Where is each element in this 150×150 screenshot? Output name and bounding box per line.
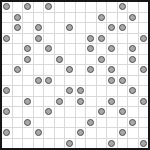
board-cell[interactable] bbox=[44, 34, 54, 44]
board-cell[interactable] bbox=[13, 34, 23, 44]
gray-stone-icon bbox=[119, 24, 126, 31]
board-cell[interactable] bbox=[139, 23, 149, 33]
gray-stone-icon bbox=[119, 108, 126, 115]
gray-stone-icon bbox=[66, 140, 73, 147]
gray-stone-icon bbox=[24, 45, 31, 52]
gray-stone-icon bbox=[14, 66, 21, 73]
board-cell[interactable] bbox=[65, 65, 75, 75]
board-cell[interactable] bbox=[65, 55, 75, 65]
board-cell[interactable] bbox=[44, 118, 54, 128]
board-cell[interactable] bbox=[34, 139, 44, 149]
board-cell[interactable] bbox=[128, 139, 138, 149]
board-cell[interactable] bbox=[76, 65, 86, 75]
board-cell[interactable] bbox=[34, 76, 44, 86]
gray-stone-icon bbox=[77, 87, 84, 94]
board-cell[interactable] bbox=[23, 23, 33, 33]
board-cell[interactable] bbox=[107, 23, 117, 33]
gray-stone-icon bbox=[14, 14, 21, 21]
board-cell[interactable] bbox=[107, 65, 117, 75]
gray-stone-icon bbox=[129, 14, 136, 21]
board-cell[interactable] bbox=[128, 34, 138, 44]
board-cell[interactable] bbox=[139, 128, 149, 138]
board-cell[interactable] bbox=[65, 97, 75, 107]
gray-stone-icon bbox=[129, 56, 136, 63]
gray-stone-icon bbox=[108, 45, 115, 52]
board-cell[interactable] bbox=[2, 2, 12, 12]
gray-stone-icon bbox=[98, 108, 105, 115]
gray-stone-icon bbox=[56, 56, 63, 63]
board-cell[interactable] bbox=[76, 86, 86, 96]
board-cell[interactable] bbox=[44, 2, 54, 12]
gray-stone-icon bbox=[66, 66, 73, 73]
board-cell[interactable] bbox=[107, 97, 117, 107]
board-cell[interactable] bbox=[2, 55, 12, 65]
gray-stone-icon bbox=[3, 3, 10, 10]
board-cell[interactable] bbox=[118, 2, 128, 12]
gray-stone-icon bbox=[14, 24, 21, 31]
gray-stone-icon bbox=[87, 66, 94, 73]
board-cell[interactable] bbox=[34, 86, 44, 96]
board-cell[interactable] bbox=[44, 139, 54, 149]
board-cell[interactable] bbox=[76, 118, 86, 128]
board-cell[interactable] bbox=[34, 97, 44, 107]
board-cell[interactable] bbox=[97, 13, 107, 23]
board-cell[interactable] bbox=[118, 34, 128, 44]
puzzle-board-frame bbox=[0, 0, 150, 150]
board-cell[interactable] bbox=[65, 2, 75, 12]
gray-stone-icon bbox=[98, 56, 105, 63]
board-cell[interactable] bbox=[118, 13, 128, 23]
board-cell[interactable] bbox=[107, 34, 117, 44]
board-cell[interactable] bbox=[2, 107, 12, 117]
board-cell[interactable] bbox=[97, 76, 107, 86]
board-cell[interactable] bbox=[34, 55, 44, 65]
gray-stone-icon bbox=[129, 87, 136, 94]
board-cell[interactable] bbox=[2, 13, 12, 23]
board-cell[interactable] bbox=[118, 55, 128, 65]
board-cell[interactable] bbox=[55, 55, 65, 65]
board-cell[interactable] bbox=[13, 128, 23, 138]
board-cell[interactable] bbox=[44, 76, 54, 86]
board-cell[interactable] bbox=[128, 23, 138, 33]
board-cell[interactable] bbox=[139, 2, 149, 12]
board-cell[interactable] bbox=[13, 139, 23, 149]
board-cell[interactable] bbox=[139, 118, 149, 128]
board-cell[interactable] bbox=[97, 44, 107, 54]
board-cell[interactable] bbox=[23, 107, 33, 117]
board-cell[interactable] bbox=[23, 44, 33, 54]
gray-stone-icon bbox=[108, 98, 115, 105]
board-cell[interactable] bbox=[65, 76, 75, 86]
gray-stone-icon bbox=[108, 140, 115, 147]
gray-stone-icon bbox=[3, 108, 10, 115]
board-cell[interactable] bbox=[44, 65, 54, 75]
gray-stone-icon bbox=[66, 87, 73, 94]
board-cell[interactable] bbox=[55, 34, 65, 44]
board-cell[interactable] bbox=[13, 13, 23, 23]
board-cell[interactable] bbox=[86, 107, 96, 117]
board-cell[interactable] bbox=[13, 44, 23, 54]
gray-stone-icon bbox=[45, 45, 52, 52]
gray-stone-icon bbox=[140, 98, 147, 105]
board-cell[interactable] bbox=[76, 76, 86, 86]
board-cell[interactable] bbox=[23, 86, 33, 96]
board-cell[interactable] bbox=[97, 128, 107, 138]
board-cell[interactable] bbox=[2, 23, 12, 33]
board-cell[interactable] bbox=[44, 44, 54, 54]
board-cell[interactable] bbox=[76, 44, 86, 54]
gray-stone-icon bbox=[129, 119, 136, 126]
gray-stone-icon bbox=[35, 129, 42, 136]
board-cell[interactable] bbox=[86, 86, 96, 96]
puzzle-board bbox=[2, 2, 148, 148]
gray-stone-icon bbox=[108, 24, 115, 31]
board-cell[interactable] bbox=[55, 2, 65, 12]
board-cell[interactable] bbox=[107, 118, 117, 128]
board-cell[interactable] bbox=[44, 86, 54, 96]
board-cell[interactable] bbox=[13, 118, 23, 128]
gray-stone-icon bbox=[24, 98, 31, 105]
board-cell[interactable] bbox=[86, 139, 96, 149]
board-cell[interactable] bbox=[139, 139, 149, 149]
board-cell[interactable] bbox=[86, 13, 96, 23]
gray-stone-icon bbox=[35, 35, 42, 42]
board-cell[interactable] bbox=[97, 97, 107, 107]
gray-stone-icon bbox=[3, 35, 10, 42]
board-cell[interactable] bbox=[86, 65, 96, 75]
gray-stone-icon bbox=[140, 140, 147, 147]
board-cell[interactable] bbox=[118, 76, 128, 86]
board-cell[interactable] bbox=[2, 128, 12, 138]
board-cell[interactable] bbox=[97, 23, 107, 33]
board-cell[interactable] bbox=[23, 118, 33, 128]
board-cell[interactable] bbox=[55, 13, 65, 23]
board-cell[interactable] bbox=[13, 55, 23, 65]
gray-stone-icon bbox=[35, 77, 42, 84]
board-cell[interactable] bbox=[97, 86, 107, 96]
board-cell[interactable] bbox=[118, 65, 128, 75]
board-cell[interactable] bbox=[65, 13, 75, 23]
gray-stone-icon bbox=[35, 24, 42, 31]
gray-stone-icon bbox=[98, 14, 105, 21]
board-cell[interactable] bbox=[107, 55, 117, 65]
board-cell[interactable] bbox=[23, 13, 33, 23]
board-cell[interactable] bbox=[65, 23, 75, 33]
board-cell[interactable] bbox=[139, 55, 149, 65]
board-cell[interactable] bbox=[55, 76, 65, 86]
board-cell[interactable] bbox=[86, 128, 96, 138]
board-cell[interactable] bbox=[139, 13, 149, 23]
board-cell[interactable] bbox=[23, 128, 33, 138]
board-cell[interactable] bbox=[118, 97, 128, 107]
board-cell[interactable] bbox=[76, 139, 86, 149]
board-cell[interactable] bbox=[107, 76, 117, 86]
board-cell[interactable] bbox=[118, 86, 128, 96]
board-cell[interactable] bbox=[139, 44, 149, 54]
board-cell[interactable] bbox=[128, 65, 138, 75]
board-cell[interactable] bbox=[128, 97, 138, 107]
board-cell[interactable] bbox=[44, 55, 54, 65]
gray-stone-icon bbox=[77, 98, 84, 105]
board-cell[interactable] bbox=[2, 34, 12, 44]
board-cell[interactable] bbox=[34, 44, 44, 54]
board-cell[interactable] bbox=[55, 97, 65, 107]
board-cell[interactable] bbox=[97, 139, 107, 149]
board-cell[interactable] bbox=[76, 128, 86, 138]
gray-stone-icon bbox=[3, 129, 10, 136]
board-cell[interactable] bbox=[2, 97, 12, 107]
board-cell[interactable] bbox=[107, 139, 117, 149]
gray-stone-icon bbox=[45, 3, 52, 10]
board-cell[interactable] bbox=[128, 86, 138, 96]
board-cell[interactable] bbox=[44, 23, 54, 33]
board-cell[interactable] bbox=[55, 128, 65, 138]
board-cell[interactable] bbox=[118, 118, 128, 128]
board-cell[interactable] bbox=[128, 55, 138, 65]
board-cell[interactable] bbox=[128, 128, 138, 138]
board-cell[interactable] bbox=[65, 139, 75, 149]
board-cell[interactable] bbox=[118, 44, 128, 54]
board-cell[interactable] bbox=[97, 65, 107, 75]
board-cell[interactable] bbox=[65, 128, 75, 138]
gray-stone-icon bbox=[108, 77, 115, 84]
board-cell[interactable] bbox=[86, 55, 96, 65]
board-cell[interactable] bbox=[128, 76, 138, 86]
board-cell[interactable] bbox=[44, 128, 54, 138]
board-cell[interactable] bbox=[2, 118, 12, 128]
board-cell[interactable] bbox=[23, 34, 33, 44]
board-cell[interactable] bbox=[55, 44, 65, 54]
board-cell[interactable] bbox=[34, 34, 44, 44]
board-cell[interactable] bbox=[23, 55, 33, 65]
board-cell[interactable] bbox=[97, 2, 107, 12]
gray-stone-icon bbox=[119, 3, 126, 10]
gray-stone-icon bbox=[108, 66, 115, 73]
board-cell[interactable] bbox=[44, 107, 54, 117]
board-cell[interactable] bbox=[23, 2, 33, 12]
board-cell[interactable] bbox=[107, 128, 117, 138]
gray-stone-icon bbox=[3, 87, 10, 94]
board-cell[interactable] bbox=[34, 118, 44, 128]
board-cell[interactable] bbox=[55, 107, 65, 117]
board-cell[interactable] bbox=[139, 107, 149, 117]
board-cell[interactable] bbox=[34, 65, 44, 75]
board-cell[interactable] bbox=[13, 107, 23, 117]
gray-stone-icon bbox=[140, 66, 147, 73]
board-cell[interactable] bbox=[2, 86, 12, 96]
board-cell[interactable] bbox=[55, 86, 65, 96]
board-cell[interactable] bbox=[128, 2, 138, 12]
board-cell[interactable] bbox=[86, 23, 96, 33]
board-cell[interactable] bbox=[107, 107, 117, 117]
board-cell[interactable] bbox=[65, 118, 75, 128]
gray-stone-icon bbox=[129, 45, 136, 52]
board-cell[interactable] bbox=[107, 86, 117, 96]
board-cell[interactable] bbox=[2, 76, 12, 86]
board-cell[interactable] bbox=[65, 107, 75, 117]
gray-stone-icon bbox=[24, 56, 31, 63]
board-cell[interactable] bbox=[118, 23, 128, 33]
board-cell[interactable] bbox=[76, 107, 86, 117]
board-cell[interactable] bbox=[107, 2, 117, 12]
gray-stone-icon bbox=[119, 129, 126, 136]
board-cell[interactable] bbox=[97, 107, 107, 117]
board-cell[interactable] bbox=[13, 2, 23, 12]
gray-stone-icon bbox=[98, 35, 105, 42]
board-cell[interactable] bbox=[139, 86, 149, 96]
board-cell[interactable] bbox=[44, 97, 54, 107]
gray-stone-icon bbox=[24, 119, 31, 126]
board-cell[interactable] bbox=[139, 34, 149, 44]
board-cell[interactable] bbox=[128, 107, 138, 117]
board-cell[interactable] bbox=[128, 44, 138, 54]
board-cell[interactable] bbox=[97, 34, 107, 44]
board-cell[interactable] bbox=[34, 2, 44, 12]
board-cell[interactable] bbox=[76, 34, 86, 44]
gray-stone-icon bbox=[87, 45, 94, 52]
board-cell[interactable] bbox=[34, 128, 44, 138]
board-cell[interactable] bbox=[76, 55, 86, 65]
gray-stone-icon bbox=[45, 108, 52, 115]
board-cell[interactable] bbox=[13, 86, 23, 96]
board-cell[interactable] bbox=[44, 13, 54, 23]
board-cell[interactable] bbox=[23, 139, 33, 149]
gray-stone-icon bbox=[87, 119, 94, 126]
gray-stone-icon bbox=[56, 98, 63, 105]
gray-stone-icon bbox=[119, 77, 126, 84]
gray-stone-icon bbox=[45, 77, 52, 84]
board-cell[interactable] bbox=[23, 65, 33, 75]
board-cell[interactable] bbox=[128, 13, 138, 23]
board-cell[interactable] bbox=[23, 97, 33, 107]
board-cell[interactable] bbox=[118, 139, 128, 149]
board-cell[interactable] bbox=[76, 2, 86, 12]
gray-stone-icon bbox=[140, 35, 147, 42]
board-cell[interactable] bbox=[55, 139, 65, 149]
board-cell[interactable] bbox=[86, 118, 96, 128]
board-cell[interactable] bbox=[86, 97, 96, 107]
board-cell[interactable] bbox=[118, 128, 128, 138]
board-cell[interactable] bbox=[55, 65, 65, 75]
board-cell[interactable] bbox=[2, 65, 12, 75]
board-cell[interactable] bbox=[13, 97, 23, 107]
board-cell[interactable] bbox=[118, 107, 128, 117]
board-cell[interactable] bbox=[76, 97, 86, 107]
board-cell[interactable] bbox=[76, 23, 86, 33]
board-cell[interactable] bbox=[55, 23, 65, 33]
board-cell[interactable] bbox=[34, 107, 44, 117]
gray-stone-icon bbox=[77, 129, 84, 136]
board-cell[interactable] bbox=[55, 118, 65, 128]
board-cell[interactable] bbox=[139, 65, 149, 75]
board-cell[interactable] bbox=[13, 23, 23, 33]
gray-stone-icon bbox=[87, 35, 94, 42]
board-cell[interactable] bbox=[86, 34, 96, 44]
board-cell[interactable] bbox=[86, 44, 96, 54]
board-cell[interactable] bbox=[65, 86, 75, 96]
board-cell[interactable] bbox=[139, 97, 149, 107]
board-cell[interactable] bbox=[97, 55, 107, 65]
board-cell[interactable] bbox=[34, 23, 44, 33]
board-cell[interactable] bbox=[2, 44, 12, 54]
board-cell[interactable] bbox=[13, 76, 23, 86]
board-cell[interactable] bbox=[2, 139, 12, 149]
board-cell[interactable] bbox=[86, 76, 96, 86]
board-cell[interactable] bbox=[65, 34, 75, 44]
board-cell[interactable] bbox=[139, 76, 149, 86]
board-cell[interactable] bbox=[97, 118, 107, 128]
board-cell[interactable] bbox=[13, 65, 23, 75]
board-cell[interactable] bbox=[107, 44, 117, 54]
board-cell[interactable] bbox=[128, 118, 138, 128]
gray-stone-icon bbox=[24, 3, 31, 10]
gray-stone-icon bbox=[66, 24, 73, 31]
board-cell[interactable] bbox=[34, 13, 44, 23]
board-cell[interactable] bbox=[86, 2, 96, 12]
board-cell[interactable] bbox=[76, 13, 86, 23]
board-cell[interactable] bbox=[23, 76, 33, 86]
board-cell[interactable] bbox=[65, 44, 75, 54]
board-cell[interactable] bbox=[107, 13, 117, 23]
